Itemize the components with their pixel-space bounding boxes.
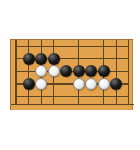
- black-stone: [110, 78, 122, 90]
- board-crop-border: [11, 104, 134, 105]
- black-stone: [85, 65, 97, 77]
- white-stone: [73, 78, 85, 90]
- white-stone: [35, 78, 47, 90]
- black-stone: [98, 65, 110, 77]
- black-stone: [35, 53, 47, 65]
- black-stone: [73, 65, 85, 77]
- page-background: [0, 0, 140, 150]
- black-stone: [23, 53, 35, 65]
- black-stone: [23, 78, 35, 90]
- go-board[interactable]: [10, 39, 133, 110]
- black-stone: [48, 53, 60, 65]
- black-stone: [60, 65, 72, 77]
- white-stone: [98, 78, 110, 90]
- stones-grid: [10, 40, 135, 103]
- white-stone: [48, 65, 60, 77]
- white-stone: [35, 65, 47, 77]
- white-stone: [85, 78, 97, 90]
